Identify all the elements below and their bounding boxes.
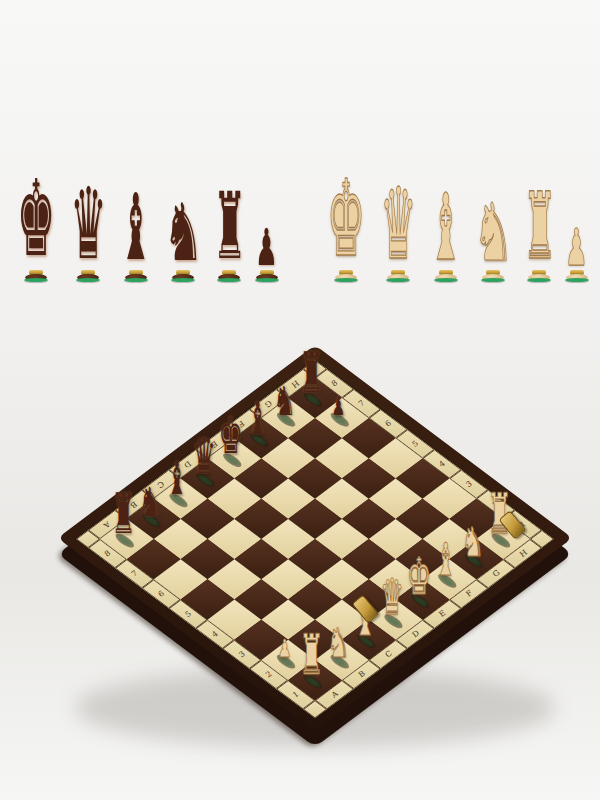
rank-label: 6 [156, 590, 167, 598]
dark-king-icon: ♚ [17, 168, 56, 273]
board-grid: 87654321H♜♟♜HG♞♞GF♝♝FE♚♚ED♛♛DC♝♝CB♞♞BA♜♟… [75, 359, 556, 720]
light-queen-icon: ♛ [380, 174, 416, 273]
dark-pawn-icon: ♟ [255, 222, 278, 273]
green-felt-base [565, 278, 589, 282]
rank-label: 8 [102, 549, 113, 557]
file-label: E [436, 610, 448, 619]
rank-label: 3 [463, 480, 474, 488]
light-knight-icon: ♞ [461, 521, 484, 561]
lineup-light-rook: ♜ [520, 229, 559, 282]
lineup-light-king: ♚ [322, 219, 370, 282]
file-label: H [516, 549, 529, 558]
file-label: B [355, 670, 367, 679]
light-knight-icon: ♞ [473, 193, 513, 273]
rank-label: 7 [356, 399, 367, 407]
rank-label: 4 [209, 630, 220, 638]
dark-bishop-icon: ♝ [248, 395, 269, 440]
dark-king-icon: ♚ [219, 410, 243, 461]
rank-label: 5 [409, 440, 420, 448]
file-label: A [329, 690, 341, 699]
light-pawn-icon: ♟ [565, 222, 588, 273]
lineup-light-pawn: ♟ [563, 243, 590, 282]
lineup-dark-knight: ♞ [161, 223, 206, 282]
lineup-dark-queen: ♛ [65, 221, 112, 282]
file-label: C [382, 650, 394, 659]
rank-label: 7 [129, 570, 140, 578]
lineup-light-knight: ♞ [471, 223, 516, 282]
light-bishop-icon: ♝ [436, 536, 457, 581]
file-label: F [463, 590, 474, 599]
light-king-icon: ♚ [327, 168, 366, 273]
lineup-dark-pawn: ♟ [253, 243, 280, 282]
lineup-dark-rook: ♜ [210, 229, 249, 282]
dark-queen-icon: ♛ [70, 174, 106, 273]
dark-piece-lineup: ♚♛♝♞♜♟ [12, 112, 280, 282]
light-rook-icon: ♜ [300, 627, 324, 683]
light-piece-lineup: ♚♛♝♞♜♟ [322, 112, 590, 282]
green-felt-base [255, 278, 279, 282]
file-label: D [409, 630, 421, 639]
light-pawn-icon: ♟ [278, 637, 292, 662]
light-bishop-icon: ♝ [429, 181, 462, 273]
dark-bishop-icon: ♝ [167, 456, 188, 501]
lineup-dark-king: ♚ [12, 219, 60, 282]
rank-label: 8 [329, 379, 340, 387]
light-queen-icon: ♛ [381, 573, 405, 622]
dark-pawn-icon: ♟ [332, 395, 346, 420]
dark-rook-icon: ♜ [300, 345, 324, 401]
light-rook-icon: ♜ [522, 181, 556, 273]
rank-label: 6 [383, 420, 394, 428]
rank-label: 2 [263, 670, 274, 678]
lineup-light-queen: ♛ [375, 221, 422, 282]
rank-label: 3 [236, 650, 247, 658]
rank-label: 1 [290, 691, 301, 699]
lineup-light-bishop: ♝ [425, 227, 466, 282]
dark-knight-icon: ♞ [273, 380, 296, 420]
lineup-dark-bishop: ♝ [115, 227, 156, 282]
file-label: G [490, 569, 502, 578]
dark-bishop-icon: ♝ [119, 181, 152, 273]
rank-label: 5 [183, 610, 194, 618]
rank-label: 4 [436, 460, 447, 468]
light-knight-icon: ♞ [327, 622, 350, 662]
dark-rook-icon: ♜ [111, 486, 135, 542]
dark-knight-icon: ♞ [139, 481, 162, 521]
dark-queen-icon: ♛ [192, 432, 216, 481]
chess-board: 87654321H♜♟♜HG♞♞GF♝♝FE♚♚ED♛♛DC♝♝CB♞♞BA♜♟… [58, 345, 573, 731]
light-king-icon: ♚ [407, 551, 431, 602]
dark-rook-icon: ♜ [212, 181, 246, 273]
dark-knight-icon: ♞ [163, 193, 203, 273]
product-photo-page: { "game": "chess", "position": { "fen": … [0, 0, 600, 800]
